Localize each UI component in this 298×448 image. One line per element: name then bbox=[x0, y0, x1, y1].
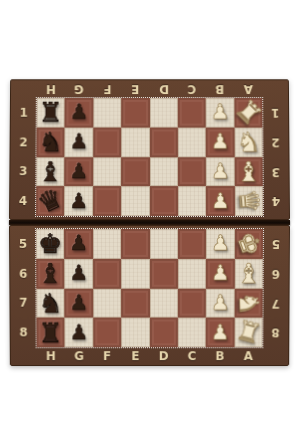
square-d4[interactable] bbox=[150, 186, 178, 216]
square-f7[interactable] bbox=[93, 288, 121, 318]
square-h5[interactable]: ♚ bbox=[36, 229, 64, 259]
square-b4[interactable]: ♟ bbox=[206, 186, 234, 216]
rank-label-right-3: 3 bbox=[263, 157, 289, 187]
square-a8[interactable]: ♜ bbox=[234, 318, 262, 347]
square-g8[interactable]: ♟ bbox=[65, 318, 93, 347]
file-label-bottom-d: D bbox=[150, 347, 178, 365]
piece-white-pawn-b6[interactable]: ♟ bbox=[206, 259, 234, 289]
square-e7[interactable] bbox=[121, 288, 149, 318]
square-c7[interactable] bbox=[178, 288, 206, 318]
rank-label-right-7: 7 bbox=[263, 288, 289, 318]
board-bottom-half: HGFEDCBA5♚♟♟♚56♝♟♟♝67♞♟♟♞78♜♟♟♜8 bbox=[9, 225, 290, 366]
file-label-bottom-f: F bbox=[93, 347, 121, 365]
square-a1[interactable]: ♜ bbox=[234, 98, 262, 127]
square-c5[interactable] bbox=[178, 229, 206, 259]
piece-black-pawn-g7[interactable]: ♟ bbox=[65, 288, 93, 318]
square-e4[interactable] bbox=[121, 186, 149, 216]
rank-label-left-8: 8 bbox=[11, 318, 37, 347]
square-d1[interactable] bbox=[150, 98, 178, 127]
chess-board: HGFEDCBA1♜♟♟♜12♞♟♟♞23♝♟♟♝34♛♟♟♛4 HGFEDCB… bbox=[9, 78, 290, 367]
piece-black-king-h5[interactable]: ♚ bbox=[36, 229, 64, 259]
piece-black-pawn-g1[interactable]: ♟ bbox=[65, 98, 93, 127]
piece-white-pawn-b4[interactable]: ♟ bbox=[206, 186, 234, 216]
piece-white-bishop-a3[interactable]: ♝ bbox=[234, 157, 262, 187]
square-d2[interactable] bbox=[150, 127, 178, 156]
piece-black-pawn-g6[interactable]: ♟ bbox=[65, 259, 93, 289]
square-e1[interactable] bbox=[121, 98, 149, 127]
file-label-top-g: G bbox=[65, 80, 93, 98]
square-d5[interactable] bbox=[150, 229, 178, 259]
rank-label-left-3: 3 bbox=[10, 157, 36, 187]
file-label-top-d: D bbox=[150, 80, 178, 98]
piece-black-knight-h2[interactable]: ♞ bbox=[36, 127, 64, 156]
square-a5[interactable]: ♚ bbox=[234, 229, 262, 259]
piece-white-pawn-b3[interactable]: ♟ bbox=[206, 157, 234, 187]
piece-black-pawn-g3[interactable]: ♟ bbox=[65, 157, 93, 187]
square-h4[interactable]: ♛ bbox=[36, 186, 65, 216]
square-f8[interactable] bbox=[93, 318, 121, 347]
file-label-bottom-e: E bbox=[121, 347, 149, 365]
file-label-top-f: F bbox=[93, 80, 121, 98]
square-g2[interactable]: ♟ bbox=[65, 127, 93, 156]
square-g5[interactable]: ♟ bbox=[64, 229, 92, 259]
piece-white-queen-a4[interactable]: ♛ bbox=[233, 186, 265, 217]
square-a4[interactable]: ♛ bbox=[234, 186, 263, 216]
square-h1[interactable]: ♜ bbox=[37, 98, 65, 127]
piece-black-pawn-g2[interactable]: ♟ bbox=[65, 127, 93, 156]
square-c6[interactable] bbox=[178, 259, 206, 289]
file-label-top-b: B bbox=[206, 80, 234, 98]
piece-black-pawn-g4[interactable]: ♟ bbox=[64, 186, 92, 216]
square-g3[interactable]: ♟ bbox=[65, 157, 93, 187]
square-d3[interactable] bbox=[150, 157, 178, 187]
square-d8[interactable] bbox=[150, 318, 178, 347]
square-e5[interactable] bbox=[121, 229, 149, 259]
square-c3[interactable] bbox=[178, 157, 206, 187]
piece-black-bishop-h3[interactable]: ♝ bbox=[36, 157, 64, 187]
rank-label-left-1: 1 bbox=[11, 98, 37, 127]
square-g6[interactable]: ♟ bbox=[65, 259, 93, 289]
file-label-bottom-h: H bbox=[37, 347, 65, 365]
square-f1[interactable] bbox=[93, 98, 121, 127]
rank-label-right-8: 8 bbox=[262, 318, 288, 347]
rank-label-left-5: 5 bbox=[10, 229, 36, 259]
product-photo: HGFEDCBA1♜♟♟♜12♞♟♟♞23♝♟♟♝34♛♟♟♛4 HGFEDCB… bbox=[0, 0, 298, 448]
square-e3[interactable] bbox=[121, 157, 149, 187]
square-e2[interactable] bbox=[121, 127, 149, 156]
piece-black-rook-h1[interactable]: ♜ bbox=[37, 98, 65, 127]
square-f2[interactable] bbox=[93, 127, 121, 156]
square-h7[interactable]: ♞ bbox=[36, 288, 64, 318]
square-h6[interactable]: ♝ bbox=[36, 259, 64, 289]
square-h2[interactable]: ♞ bbox=[36, 127, 64, 156]
piece-white-knight-a7[interactable]: ♞ bbox=[233, 288, 263, 317]
square-b7[interactable]: ♟ bbox=[206, 288, 234, 318]
square-f6[interactable] bbox=[93, 259, 121, 289]
square-f4[interactable] bbox=[93, 186, 121, 216]
square-a2[interactable]: ♞ bbox=[234, 127, 262, 156]
file-label-top-c: C bbox=[178, 80, 206, 98]
piece-black-bishop-h6[interactable]: ♝ bbox=[36, 259, 64, 289]
board-top-half: HGFEDCBA1♜♟♟♜12♞♟♟♞23♝♟♟♝34♛♟♟♛4 bbox=[9, 79, 290, 220]
square-c2[interactable] bbox=[178, 127, 206, 156]
piece-white-pawn-b5[interactable]: ♟ bbox=[206, 229, 234, 259]
square-g7[interactable]: ♟ bbox=[65, 288, 93, 318]
square-f3[interactable] bbox=[93, 157, 121, 187]
square-c1[interactable] bbox=[178, 98, 206, 127]
file-label-bottom-b: B bbox=[206, 347, 234, 365]
piece-black-pawn-g8[interactable]: ♟ bbox=[65, 318, 93, 347]
rank-label-right-5: 5 bbox=[263, 229, 289, 259]
square-h8[interactable]: ♜ bbox=[36, 318, 64, 347]
square-g1[interactable]: ♟ bbox=[65, 98, 93, 127]
piece-white-bishop-a6[interactable]: ♝ bbox=[234, 259, 262, 289]
file-label-top-e: E bbox=[121, 80, 149, 98]
square-g4[interactable]: ♟ bbox=[64, 186, 92, 216]
square-c4[interactable] bbox=[178, 186, 206, 216]
square-e6[interactable] bbox=[121, 259, 149, 289]
piece-black-pawn-g5[interactable]: ♟ bbox=[64, 229, 92, 259]
rank-label-right-2: 2 bbox=[262, 127, 288, 156]
square-c8[interactable] bbox=[178, 318, 206, 347]
square-f5[interactable] bbox=[93, 229, 121, 259]
piece-white-pawn-b8[interactable]: ♟ bbox=[206, 318, 234, 347]
square-b6[interactable]: ♟ bbox=[206, 259, 234, 289]
piece-black-rook-h8[interactable]: ♜ bbox=[36, 318, 64, 347]
square-a3[interactable]: ♝ bbox=[234, 157, 262, 187]
file-label-bottom-g: G bbox=[65, 347, 93, 365]
piece-white-rook-a8[interactable]: ♜ bbox=[231, 315, 266, 351]
square-b3[interactable]: ♟ bbox=[206, 157, 234, 187]
square-b2[interactable]: ♟ bbox=[206, 127, 234, 156]
rank-label-left-2: 2 bbox=[11, 127, 37, 156]
square-d7[interactable] bbox=[150, 288, 178, 318]
piece-white-knight-a2[interactable]: ♞ bbox=[234, 127, 262, 156]
file-label-top-h: H bbox=[37, 80, 65, 98]
piece-white-pawn-b2[interactable]: ♟ bbox=[206, 127, 234, 156]
rank-label-left-6: 6 bbox=[10, 259, 36, 289]
rank-label-right-4: 4 bbox=[263, 186, 289, 216]
piece-white-pawn-b7[interactable]: ♟ bbox=[206, 288, 234, 318]
square-a6[interactable]: ♝ bbox=[234, 259, 262, 289]
square-d6[interactable] bbox=[150, 259, 178, 289]
file-label-bottom-c: C bbox=[178, 347, 206, 365]
square-h3[interactable]: ♝ bbox=[36, 157, 64, 187]
square-b5[interactable]: ♟ bbox=[206, 229, 234, 259]
square-b8[interactable]: ♟ bbox=[206, 318, 234, 347]
rank-label-right-6: 6 bbox=[263, 259, 289, 289]
piece-black-knight-h7[interactable]: ♞ bbox=[36, 288, 64, 318]
square-e8[interactable] bbox=[121, 318, 149, 347]
rank-label-left-7: 7 bbox=[10, 288, 36, 318]
rank-label-left-4: 4 bbox=[10, 186, 36, 216]
